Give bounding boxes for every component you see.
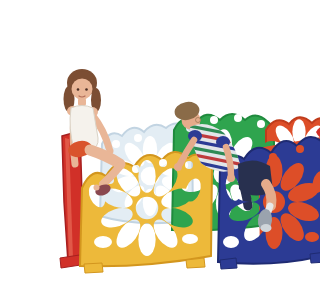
girl-eye-left: [77, 88, 80, 91]
boy-hand-right: [227, 174, 235, 182]
boy-shoe-sole: [261, 224, 272, 232]
blue-panel-foot-left: [220, 258, 237, 269]
product-photo: [40, 16, 320, 303]
photo-canvas: [40, 16, 320, 303]
yellow-panel-foot-right: [186, 258, 205, 268]
blue-panel-foot-right: [310, 252, 320, 263]
boy-ear: [196, 118, 201, 123]
girl-face: [72, 79, 93, 100]
boy-hand-left: [174, 163, 182, 171]
yellow-panel-foot-left: [84, 263, 103, 273]
girl-toes: [94, 185, 100, 191]
girl-eye-right: [85, 88, 88, 91]
